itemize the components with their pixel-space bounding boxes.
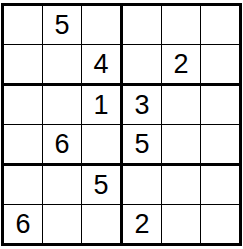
cell-r5c4[interactable] [123, 166, 162, 205]
cell-r4c5[interactable] [162, 125, 201, 166]
cell-r6c4[interactable]: 2 [123, 205, 162, 243]
cell-r5c3[interactable]: 5 [82, 166, 123, 205]
cell-r4c3[interactable] [82, 125, 123, 166]
cell-r2c1[interactable] [4, 45, 43, 86]
cell-r2c2[interactable] [43, 45, 82, 86]
cell-r5c1[interactable] [4, 166, 43, 205]
cell-r1c2[interactable]: 5 [43, 6, 82, 45]
cell-r5c6[interactable] [201, 166, 239, 205]
cell-r3c4[interactable]: 3 [123, 86, 162, 125]
cell-r4c4[interactable]: 5 [123, 125, 162, 166]
sudoku-board: 5421365562 [1, 3, 242, 246]
cell-r2c4[interactable] [123, 45, 162, 86]
cell-r5c5[interactable] [162, 166, 201, 205]
cell-r4c2[interactable]: 6 [43, 125, 82, 166]
cell-r2c5[interactable]: 2 [162, 45, 201, 86]
page: 5421365562 [0, 0, 243, 249]
cell-r1c3[interactable] [82, 6, 123, 45]
cell-r2c3[interactable]: 4 [82, 45, 123, 86]
cell-r4c1[interactable] [4, 125, 43, 166]
cell-r6c6[interactable] [201, 205, 239, 243]
cell-r6c1[interactable]: 6 [4, 205, 43, 243]
cell-r1c1[interactable] [4, 6, 43, 45]
cell-r6c3[interactable] [82, 205, 123, 243]
cell-r3c6[interactable] [201, 86, 239, 125]
cell-r3c3[interactable]: 1 [82, 86, 123, 125]
cell-r5c2[interactable] [43, 166, 82, 205]
cell-r1c5[interactable] [162, 6, 201, 45]
cell-r3c5[interactable] [162, 86, 201, 125]
cell-r1c4[interactable] [123, 6, 162, 45]
cell-r2c6[interactable] [201, 45, 239, 86]
cell-r6c5[interactable] [162, 205, 201, 243]
cell-r4c6[interactable] [201, 125, 239, 166]
cell-r3c2[interactable] [43, 86, 82, 125]
cell-r1c6[interactable] [201, 6, 239, 45]
cell-r3c1[interactable] [4, 86, 43, 125]
cell-r6c2[interactable] [43, 205, 82, 243]
